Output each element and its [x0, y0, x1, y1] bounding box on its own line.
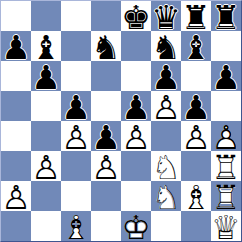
square-d3[interactable]: ♟♙	[91, 151, 121, 181]
piece-black-pawn[interactable]: ♟	[211, 61, 241, 94]
square-e6[interactable]	[121, 61, 151, 91]
square-c6[interactable]	[61, 61, 91, 91]
piece-glyph-outline: ♗	[61, 211, 91, 242]
square-g4[interactable]: ♟♙	[181, 121, 211, 151]
piece-white-pawn[interactable]: ♟♙	[1, 181, 31, 214]
piece-glyph-outline: ♙	[1, 181, 31, 214]
chess-board: ♚♛♜♜♟♝♞♞♝♟♟♟♟♟♟♙♟♟♙♟♟♙♟♙♟♙♟♙♟♙♞♘♜♖♟♙♞♘♝♗…	[0, 0, 242, 242]
square-e4[interactable]: ♟♙	[121, 121, 151, 151]
square-c7[interactable]	[61, 31, 91, 61]
piece-white-pawn[interactable]: ♟♙	[181, 121, 211, 154]
piece-white-king[interactable]: ♚♔	[121, 211, 151, 242]
square-b6[interactable]: ♟	[31, 61, 61, 91]
piece-glyph-outline: ♙	[181, 121, 211, 154]
piece-white-knight[interactable]: ♞♘	[151, 181, 181, 214]
square-b1[interactable]	[31, 211, 61, 241]
square-b8[interactable]	[31, 1, 61, 31]
piece-glyph-solid: ♞	[91, 31, 121, 64]
piece-glyph-solid: ♚	[121, 1, 151, 34]
square-d8[interactable]	[91, 1, 121, 31]
square-a3[interactable]	[1, 151, 31, 181]
piece-glyph-outline: ♕	[211, 211, 241, 242]
piece-white-pawn[interactable]: ♟♙	[31, 151, 61, 184]
square-c8[interactable]	[61, 1, 91, 31]
square-h8[interactable]: ♜	[211, 1, 241, 31]
square-h2[interactable]: ♜♖	[211, 181, 241, 211]
piece-black-bishop[interactable]: ♝	[181, 31, 211, 64]
square-d5[interactable]	[91, 91, 121, 121]
piece-glyph-outline: ♘	[151, 181, 181, 214]
piece-black-rook[interactable]: ♜	[211, 1, 241, 34]
square-c2[interactable]	[61, 181, 91, 211]
square-e1[interactable]: ♚♔	[121, 211, 151, 241]
square-b3[interactable]: ♟♙	[31, 151, 61, 181]
square-h4[interactable]: ♟♙	[211, 121, 241, 151]
piece-glyph-solid: ♜	[211, 1, 241, 34]
square-d4[interactable]: ♟	[91, 121, 121, 151]
square-c5[interactable]: ♟	[61, 91, 91, 121]
square-g5[interactable]: ♟	[181, 91, 211, 121]
piece-glyph-outline: ♙	[151, 91, 181, 124]
square-f8[interactable]: ♛	[151, 1, 181, 31]
piece-white-queen[interactable]: ♛♕	[211, 211, 241, 242]
piece-glyph-outline: ♙	[91, 151, 121, 184]
piece-black-king[interactable]: ♚	[121, 1, 151, 34]
piece-white-pawn[interactable]: ♟♙	[151, 91, 181, 124]
piece-glyph-solid: ♟	[31, 61, 61, 94]
square-a7[interactable]: ♟	[1, 31, 31, 61]
square-e8[interactable]: ♚	[121, 1, 151, 31]
square-e5[interactable]: ♟	[121, 91, 151, 121]
piece-white-pawn[interactable]: ♟♙	[61, 121, 91, 154]
square-f7[interactable]: ♞	[151, 31, 181, 61]
square-c4[interactable]: ♟♙	[61, 121, 91, 151]
square-e2[interactable]	[121, 181, 151, 211]
piece-white-bishop[interactable]: ♝♗	[181, 181, 211, 214]
square-a4[interactable]	[1, 121, 31, 151]
square-a2[interactable]: ♟♙	[1, 181, 31, 211]
square-h1[interactable]: ♛♕	[211, 211, 241, 241]
square-f6[interactable]: ♟	[151, 61, 181, 91]
square-d7[interactable]: ♞	[91, 31, 121, 61]
square-c1[interactable]: ♝♗	[61, 211, 91, 241]
square-d1[interactable]	[91, 211, 121, 241]
piece-glyph-outline: ♙	[121, 121, 151, 154]
piece-black-pawn[interactable]: ♟	[31, 61, 61, 94]
piece-glyph-outline: ♔	[121, 211, 151, 242]
piece-glyph-solid: ♝	[181, 31, 211, 64]
square-g8[interactable]: ♜	[181, 1, 211, 31]
piece-black-pawn[interactable]: ♟	[1, 31, 31, 64]
piece-white-bishop[interactable]: ♝♗	[61, 211, 91, 242]
square-a5[interactable]	[1, 91, 31, 121]
square-g2[interactable]: ♝♗	[181, 181, 211, 211]
piece-white-pawn[interactable]: ♟♙	[121, 121, 151, 154]
square-b4[interactable]	[31, 121, 61, 151]
square-g7[interactable]: ♝	[181, 31, 211, 61]
square-h3[interactable]: ♜♖	[211, 151, 241, 181]
square-f2[interactable]: ♞♘	[151, 181, 181, 211]
piece-glyph-outline: ♙	[61, 121, 91, 154]
piece-glyph-outline: ♗	[181, 181, 211, 214]
square-f5[interactable]: ♟♙	[151, 91, 181, 121]
square-b7[interactable]: ♝	[31, 31, 61, 61]
square-f3[interactable]: ♞♘	[151, 151, 181, 181]
square-a8[interactable]	[1, 1, 31, 31]
piece-glyph-solid: ♟	[1, 31, 31, 64]
piece-glyph-outline: ♙	[31, 151, 61, 184]
square-h6[interactable]: ♟	[211, 61, 241, 91]
piece-white-pawn[interactable]: ♟♙	[91, 151, 121, 184]
piece-black-knight[interactable]: ♞	[91, 31, 121, 64]
piece-glyph-solid: ♟	[211, 61, 241, 94]
